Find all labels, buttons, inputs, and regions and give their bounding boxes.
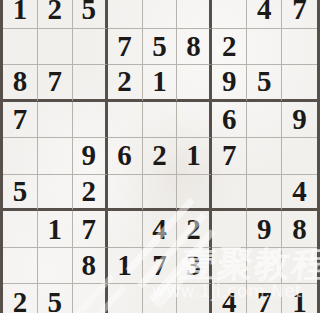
sudoku-screenshot: { "game": "sudoku", "position": "125....… <box>0 0 320 313</box>
cell-r5c5[interactable]: 2 <box>143 138 178 175</box>
cell-r2c4[interactable]: 7 <box>108 29 143 66</box>
cell-r3c8[interactable]: 5 <box>247 65 282 102</box>
cell-r3c5[interactable]: 1 <box>143 65 178 102</box>
cell-r4c9[interactable]: 9 <box>282 102 317 139</box>
cell-r1c9[interactable]: 7 <box>282 0 317 29</box>
cell-r1c2[interactable]: 2 <box>38 0 73 29</box>
cell-r8c6[interactable]: 3 <box>177 248 212 285</box>
cell-r6c3[interactable]: 2 <box>73 175 108 212</box>
cell-r6c1[interactable]: 5 <box>3 175 38 212</box>
cell-r5c3[interactable]: 9 <box>73 138 108 175</box>
cell-r2c2[interactable] <box>38 29 73 66</box>
cell-r6c5[interactable] <box>143 175 178 212</box>
cell-r1c4[interactable] <box>108 0 143 29</box>
cell-r8c7[interactable] <box>212 248 247 285</box>
cell-r8c4[interactable]: 1 <box>108 248 143 285</box>
cell-r4c2[interactable] <box>38 102 73 139</box>
cell-r7c7[interactable] <box>212 211 247 248</box>
cell-r5c4[interactable]: 6 <box>108 138 143 175</box>
cell-r8c1[interactable] <box>3 248 38 285</box>
cell-r4c1[interactable]: 7 <box>3 102 38 139</box>
cell-r6c8[interactable] <box>247 175 282 212</box>
cell-r2c5[interactable]: 5 <box>143 29 178 66</box>
cell-r1c5[interactable] <box>143 0 178 29</box>
cell-r3c7[interactable]: 9 <box>212 65 247 102</box>
cell-r4c7[interactable]: 6 <box>212 102 247 139</box>
cell-r1c1[interactable]: 1 <box>3 0 38 29</box>
cell-r5c7[interactable]: 7 <box>212 138 247 175</box>
cell-r8c2[interactable] <box>38 248 73 285</box>
cell-r3c2[interactable]: 7 <box>38 65 73 102</box>
cell-r8c3[interactable]: 8 <box>73 248 108 285</box>
cell-r3c6[interactable] <box>177 65 212 102</box>
cell-r4c4[interactable] <box>108 102 143 139</box>
cell-r8c5[interactable]: 7 <box>143 248 178 285</box>
cell-r5c1[interactable] <box>3 138 38 175</box>
cell-r6c9[interactable]: 4 <box>282 175 317 212</box>
cell-r3c1[interactable]: 8 <box>3 65 38 102</box>
cell-r9c8[interactable]: 7 <box>247 284 282 313</box>
cell-r2c1[interactable] <box>3 29 38 66</box>
cell-r3c3[interactable] <box>73 65 108 102</box>
cell-r9c4[interactable] <box>108 284 143 313</box>
cell-r7c5[interactable]: 4 <box>143 211 178 248</box>
cell-r5c8[interactable] <box>247 138 282 175</box>
cell-r1c6[interactable] <box>177 0 212 29</box>
cell-r7c1[interactable] <box>3 211 38 248</box>
cell-r5c2[interactable] <box>38 138 73 175</box>
cell-r7c3[interactable]: 7 <box>73 211 108 248</box>
cell-r6c7[interactable] <box>212 175 247 212</box>
cell-r2c6[interactable]: 8 <box>177 29 212 66</box>
cell-r2c8[interactable] <box>247 29 282 66</box>
cell-r3c9[interactable] <box>282 65 317 102</box>
cell-r7c6[interactable]: 2 <box>177 211 212 248</box>
cell-r9c2[interactable]: 5 <box>38 284 73 313</box>
cell-r2c9[interactable] <box>282 29 317 66</box>
cell-r2c3[interactable] <box>73 29 108 66</box>
cell-r6c6[interactable] <box>177 175 212 212</box>
cell-r8c9[interactable] <box>282 248 317 285</box>
cell-r2c7[interactable]: 2 <box>212 29 247 66</box>
cell-r1c8[interactable]: 4 <box>247 0 282 29</box>
cell-r5c6[interactable]: 1 <box>177 138 212 175</box>
cell-r7c4[interactable] <box>108 211 143 248</box>
cell-r9c5[interactable] <box>143 284 178 313</box>
cell-r9c7[interactable]: 4 <box>212 284 247 313</box>
cell-r5c9[interactable] <box>282 138 317 175</box>
cell-r7c2[interactable]: 1 <box>38 211 73 248</box>
cell-r4c8[interactable] <box>247 102 282 139</box>
cell-r9c9[interactable]: 1 <box>282 284 317 313</box>
cell-r7c9[interactable]: 8 <box>282 211 317 248</box>
cell-r6c4[interactable] <box>108 175 143 212</box>
cell-r1c3[interactable]: 5 <box>73 0 108 29</box>
cell-r4c3[interactable] <box>73 102 108 139</box>
sudoku-board: 1254775828721957699621752417429881732547… <box>0 0 320 313</box>
cell-r7c8[interactable]: 9 <box>247 211 282 248</box>
cell-r9c3[interactable] <box>73 284 108 313</box>
cell-r3c4[interactable]: 2 <box>108 65 143 102</box>
cell-r1c7[interactable] <box>212 0 247 29</box>
cell-r8c8[interactable] <box>247 248 282 285</box>
cell-r9c6[interactable] <box>177 284 212 313</box>
cell-r6c2[interactable] <box>38 175 73 212</box>
cell-r4c5[interactable] <box>143 102 178 139</box>
cell-r9c1[interactable]: 2 <box>3 284 38 313</box>
cell-r4c6[interactable] <box>177 102 212 139</box>
